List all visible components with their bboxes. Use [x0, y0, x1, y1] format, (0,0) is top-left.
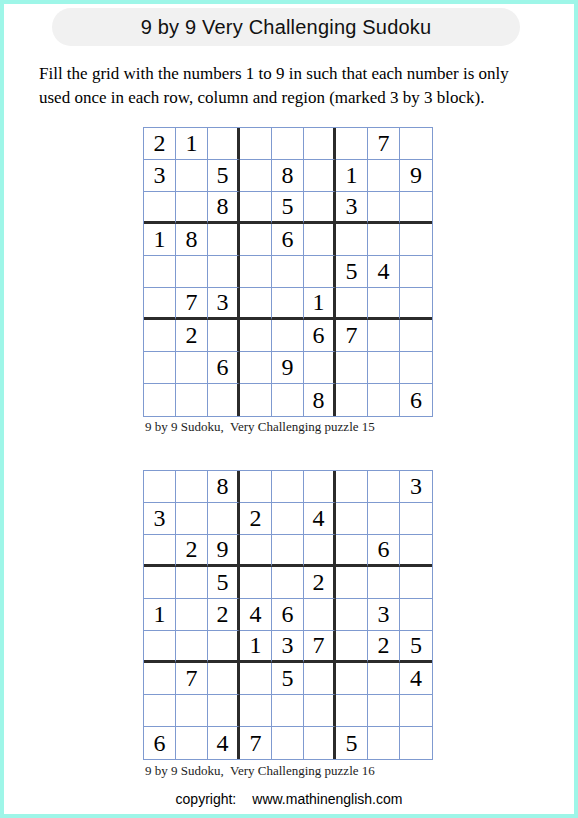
grid2-cell-r6c7[interactable] — [336, 631, 368, 663]
grid2-cell-r2c7[interactable] — [336, 503, 368, 535]
grid1-cell-r1c9[interactable] — [400, 128, 432, 160]
grid2-cell-r5c4[interactable]: 4 — [240, 599, 272, 631]
puzzle-2-caption: 9 by 9 Sudoku, Very Challenging puzzle 1… — [145, 763, 375, 779]
grid2-cell-r9c3[interactable]: 4 — [208, 727, 240, 759]
grid2-cell-r7c6[interactable] — [304, 663, 336, 695]
worksheet-page: 9 by 9 Very Challenging Sudoku Fill the … — [0, 0, 578, 818]
grid1-cell-r8c4[interactable] — [240, 352, 272, 384]
grid1-cell-r2c1[interactable]: 3 — [144, 160, 176, 192]
grid1-cell-r8c9[interactable] — [400, 352, 432, 384]
grid2-cell-r7c7[interactable] — [336, 663, 368, 695]
grid1-cell-r1c3[interactable] — [208, 128, 240, 160]
grid2-cell-r5c9[interactable] — [400, 599, 432, 631]
grid2-cell-r5c1[interactable]: 1 — [144, 599, 176, 631]
grid1-cell-r6c2[interactable]: 7 — [176, 288, 208, 320]
grid2-cell-r7c9[interactable]: 4 — [400, 663, 432, 695]
grid1-cell-r2c6[interactable] — [304, 160, 336, 192]
grid1-cell-r2c7[interactable]: 1 — [336, 160, 368, 192]
grid2-cell-r8c6[interactable] — [304, 695, 336, 727]
grid1-cell-r4c5[interactable]: 6 — [272, 224, 304, 256]
grid1-cell-r9c4[interactable] — [240, 384, 272, 416]
grid2-cell-r1c3[interactable]: 8 — [208, 471, 240, 503]
grid2-cell-r1c1[interactable] — [144, 471, 176, 503]
grid2-cell-r6c3[interactable] — [208, 631, 240, 663]
grid2-cell-r5c8[interactable]: 3 — [368, 599, 400, 631]
grid2-cell-r4c2[interactable] — [176, 567, 208, 599]
grid2-cell-r7c1[interactable] — [144, 663, 176, 695]
grid1-cell-r3c1[interactable] — [144, 192, 176, 224]
grid1-cell-r5c1[interactable] — [144, 256, 176, 288]
grid1-cell-r6c8[interactable] — [368, 288, 400, 320]
instructions-line-2: used once in each row, column and region… — [39, 86, 554, 110]
grid1-cell-r7c3[interactable] — [208, 320, 240, 352]
grid1-cell-r1c2[interactable]: 1 — [176, 128, 208, 160]
grid2-cell-r6c5[interactable]: 3 — [272, 631, 304, 663]
grid2-cell-r1c6[interactable] — [304, 471, 336, 503]
grid1-cell-r9c5[interactable] — [272, 384, 304, 416]
grid2-cell-r2c9[interactable] — [400, 503, 432, 535]
grid1-cell-r3c9[interactable] — [400, 192, 432, 224]
grid1-cell-r4c3[interactable] — [208, 224, 240, 256]
grid1-cell-r5c4[interactable] — [240, 256, 272, 288]
instructions-text: Fill the grid with the numbers 1 to 9 in… — [39, 62, 554, 110]
grid2-cell-r2c1[interactable]: 3 — [144, 503, 176, 535]
grid1-cell-r8c3[interactable]: 6 — [208, 352, 240, 384]
grid2-cell-r2c5[interactable] — [272, 503, 304, 535]
grid1-cell-r7c8[interactable] — [368, 320, 400, 352]
grid2-cell-r2c2[interactable] — [176, 503, 208, 535]
grid2-cell-r6c8[interactable]: 2 — [368, 631, 400, 663]
grid1-cell-r9c7[interactable] — [336, 384, 368, 416]
grid1-cell-r4c8[interactable] — [368, 224, 400, 256]
grid1-cell-r3c5[interactable]: 5 — [272, 192, 304, 224]
grid2-cell-r6c9[interactable]: 5 — [400, 631, 432, 663]
grid2-cell-r4c9[interactable] — [400, 567, 432, 599]
grid1-cell-r5c6[interactable] — [304, 256, 336, 288]
grid2-cell-r5c6[interactable] — [304, 599, 336, 631]
grid1-cell-r5c9[interactable] — [400, 256, 432, 288]
grid2-cell-r2c4[interactable]: 2 — [240, 503, 272, 535]
grid1-cell-r2c5[interactable]: 8 — [272, 160, 304, 192]
grid2-cell-r1c2[interactable] — [176, 471, 208, 503]
grid2-cell-r9c1[interactable]: 6 — [144, 727, 176, 759]
grid1-cell-r6c3[interactable]: 3 — [208, 288, 240, 320]
grid2-cell-r1c4[interactable] — [240, 471, 272, 503]
grid2-cell-r7c2[interactable]: 7 — [176, 663, 208, 695]
grid1-cell-r9c2[interactable] — [176, 384, 208, 416]
grid1-cell-r5c2[interactable] — [176, 256, 208, 288]
grid1-cell-r4c6[interactable] — [304, 224, 336, 256]
grid2-cell-r9c4[interactable]: 7 — [240, 727, 272, 759]
grid1-cell-r1c4[interactable] — [240, 128, 272, 160]
grid2-cell-r9c9[interactable] — [400, 727, 432, 759]
grid2-cell-r3c1[interactable] — [144, 535, 176, 567]
grid1-cell-r2c4[interactable] — [240, 160, 272, 192]
grid2-cell-r7c4[interactable] — [240, 663, 272, 695]
grid2-cell-r3c4[interactable] — [240, 535, 272, 567]
grid1-cell-r9c1[interactable] — [144, 384, 176, 416]
grid1-cell-r6c5[interactable] — [272, 288, 304, 320]
grid1-cell-r3c7[interactable]: 3 — [336, 192, 368, 224]
grid2-cell-r4c6[interactable]: 2 — [304, 567, 336, 599]
puzzle-1-caption: 9 by 9 Sudoku, Very Challenging puzzle 1… — [145, 419, 375, 435]
grid1-cell-r7c1[interactable] — [144, 320, 176, 352]
grid1-cell-r7c5[interactable] — [272, 320, 304, 352]
grid1-cell-r4c7[interactable] — [336, 224, 368, 256]
grid1-cell-r7c7[interactable]: 7 — [336, 320, 368, 352]
page-title: 9 by 9 Very Challenging Sudoku — [141, 16, 432, 39]
grid2-cell-r7c8[interactable] — [368, 663, 400, 695]
grid1-cell-r9c3[interactable] — [208, 384, 240, 416]
grid1-cell-r4c2[interactable]: 8 — [176, 224, 208, 256]
grid2-cell-r4c5[interactable] — [272, 567, 304, 599]
grid1-cell-r6c6[interactable]: 1 — [304, 288, 336, 320]
grid1-cell-r7c6[interactable]: 6 — [304, 320, 336, 352]
grid1-cell-r8c6[interactable] — [304, 352, 336, 384]
grid2-cell-r6c1[interactable] — [144, 631, 176, 663]
grid1-cell-r1c6[interactable] — [304, 128, 336, 160]
copyright-label: copyright: — [176, 791, 237, 807]
grid2-cell-r1c8[interactable] — [368, 471, 400, 503]
grid2-cell-r3c5[interactable] — [272, 535, 304, 567]
grid2-cell-r8c3[interactable] — [208, 695, 240, 727]
grid2-cell-r3c3[interactable]: 9 — [208, 535, 240, 567]
grid2-cell-r5c7[interactable] — [336, 599, 368, 631]
grid1-cell-r5c7[interactable]: 5 — [336, 256, 368, 288]
title-pill: 9 by 9 Very Challenging Sudoku — [52, 8, 520, 46]
grid2-cell-r2c6[interactable]: 4 — [304, 503, 336, 535]
grid2-cell-r2c3[interactable] — [208, 503, 240, 535]
grid1-cell-r6c7[interactable] — [336, 288, 368, 320]
grid2-cell-r2c8[interactable] — [368, 503, 400, 535]
grid1-cell-r8c7[interactable] — [336, 352, 368, 384]
grid2-cell-r4c1[interactable] — [144, 567, 176, 599]
grid1-cell-r1c8[interactable]: 7 — [368, 128, 400, 160]
grid2-cell-r8c7[interactable] — [336, 695, 368, 727]
grid1-cell-r8c1[interactable] — [144, 352, 176, 384]
grid1-cell-r6c1[interactable] — [144, 288, 176, 320]
grid2-cell-r9c7[interactable]: 5 — [336, 727, 368, 759]
grid2-cell-r3c2[interactable]: 2 — [176, 535, 208, 567]
grid2-cell-r5c5[interactable]: 6 — [272, 599, 304, 631]
grid2-cell-r7c3[interactable] — [208, 663, 240, 695]
grid2-cell-r4c8[interactable] — [368, 567, 400, 599]
grid1-cell-r2c8[interactable] — [368, 160, 400, 192]
grid1-cell-r7c2[interactable]: 2 — [176, 320, 208, 352]
grid2-cell-r8c1[interactable] — [144, 695, 176, 727]
grid1-cell-r3c4[interactable] — [240, 192, 272, 224]
grid2-cell-r6c2[interactable] — [176, 631, 208, 663]
grid2-cell-r1c5[interactable] — [272, 471, 304, 503]
grid2-cell-r1c7[interactable] — [336, 471, 368, 503]
grid1-cell-r6c9[interactable] — [400, 288, 432, 320]
grid1-cell-r8c2[interactable] — [176, 352, 208, 384]
grid1-cell-r5c5[interactable] — [272, 256, 304, 288]
grid2-cell-r7c5[interactable]: 5 — [272, 663, 304, 695]
grid1-cell-r4c4[interactable] — [240, 224, 272, 256]
grid2-cell-r4c7[interactable] — [336, 567, 368, 599]
grid1-cell-r6c4[interactable] — [240, 288, 272, 320]
grid1-cell-r7c9[interactable] — [400, 320, 432, 352]
grid2-cell-r6c6[interactable]: 7 — [304, 631, 336, 663]
sudoku-grid-1: 21735819853186547312676986 — [143, 127, 433, 417]
grid1-cell-r8c5[interactable]: 9 — [272, 352, 304, 384]
grid1-cell-r8c8[interactable] — [368, 352, 400, 384]
grid2-cell-r3c9[interactable] — [400, 535, 432, 567]
site-url: www.mathinenglish.com — [252, 791, 402, 807]
grid2-cell-r9c6[interactable] — [304, 727, 336, 759]
grid1-cell-r3c2[interactable] — [176, 192, 208, 224]
grid2-cell-r5c2[interactable] — [176, 599, 208, 631]
grid1-cell-r1c1[interactable]: 2 — [144, 128, 176, 160]
grid2-cell-r4c3[interactable]: 5 — [208, 567, 240, 599]
grid2-cell-r5c3[interactable]: 2 — [208, 599, 240, 631]
grid1-cell-r9c6[interactable]: 8 — [304, 384, 336, 416]
grid2-cell-r8c9[interactable] — [400, 695, 432, 727]
grid2-cell-r4c4[interactable] — [240, 567, 272, 599]
grid2-cell-r9c5[interactable] — [272, 727, 304, 759]
grid2-cell-r9c2[interactable] — [176, 727, 208, 759]
footer: copyright: www.mathinenglish.com — [4, 791, 574, 807]
grid1-cell-r3c3[interactable]: 8 — [208, 192, 240, 224]
grid1-cell-r1c5[interactable] — [272, 128, 304, 160]
grid1-cell-r3c6[interactable] — [304, 192, 336, 224]
grid2-cell-r3c8[interactable]: 6 — [368, 535, 400, 567]
instructions-line-1: Fill the grid with the numbers 1 to 9 in… — [39, 62, 554, 86]
grid1-cell-r7c4[interactable] — [240, 320, 272, 352]
grid2-cell-r3c6[interactable] — [304, 535, 336, 567]
grid1-cell-r5c8[interactable]: 4 — [368, 256, 400, 288]
grid2-cell-r8c4[interactable] — [240, 695, 272, 727]
grid1-cell-r4c1[interactable]: 1 — [144, 224, 176, 256]
grid2-cell-r8c2[interactable] — [176, 695, 208, 727]
grid1-cell-r2c2[interactable] — [176, 160, 208, 192]
grid1-cell-r4c9[interactable] — [400, 224, 432, 256]
grid2-cell-r8c5[interactable] — [272, 695, 304, 727]
grid1-cell-r5c3[interactable] — [208, 256, 240, 288]
grid2-cell-r1c9[interactable]: 3 — [400, 471, 432, 503]
grid1-cell-r3c8[interactable] — [368, 192, 400, 224]
sudoku-grid-2: 833242965212463137257546475 — [143, 470, 433, 760]
grid1-cell-r9c8[interactable] — [368, 384, 400, 416]
grid2-cell-r3c7[interactable] — [336, 535, 368, 567]
grid1-cell-r9c9[interactable]: 6 — [400, 384, 432, 416]
grid2-cell-r6c4[interactable]: 1 — [240, 631, 272, 663]
grid2-cell-r8c8[interactable] — [368, 695, 400, 727]
grid2-cell-r9c8[interactable] — [368, 727, 400, 759]
grid1-cell-r2c3[interactable]: 5 — [208, 160, 240, 192]
grid1-cell-r1c7[interactable] — [336, 128, 368, 160]
grid1-cell-r2c9[interactable]: 9 — [400, 160, 432, 192]
